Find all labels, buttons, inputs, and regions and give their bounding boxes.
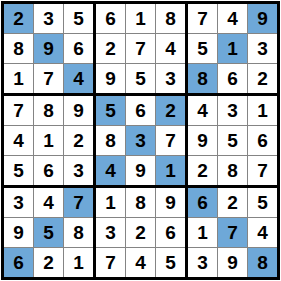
sudoku-cell-r3c4[interactable]: 9: [96, 64, 125, 93]
sudoku-cell-r4c6[interactable]: 2: [156, 96, 185, 125]
sudoku-cell-r2c1[interactable]: 8: [4, 34, 33, 63]
sudoku-block-1-1: 562837491: [96, 96, 185, 185]
sudoku-cell-r9c9[interactable]: 8: [248, 248, 277, 277]
sudoku-cell-r2c6[interactable]: 4: [156, 34, 185, 63]
sudoku-cell-r9c2[interactable]: 2: [34, 248, 63, 277]
sudoku-cell-r7c6[interactable]: 9: [156, 188, 185, 217]
sudoku-cell-r5c9[interactable]: 6: [248, 126, 277, 155]
sudoku-cell-r6c2[interactable]: 6: [34, 156, 63, 185]
sudoku-cell-r5c6[interactable]: 7: [156, 126, 185, 155]
sudoku-cell-r1c1[interactable]: 2: [4, 4, 33, 33]
sudoku-cell-r7c5[interactable]: 8: [126, 188, 155, 217]
sudoku-cell-r5c4[interactable]: 8: [96, 126, 125, 155]
sudoku-cell-r4c8[interactable]: 3: [218, 96, 247, 125]
sudoku-cell-r6c1[interactable]: 5: [4, 156, 33, 185]
sudoku-cell-r8c4[interactable]: 3: [96, 218, 125, 247]
sudoku-cell-r9c5[interactable]: 4: [126, 248, 155, 277]
sudoku-cell-r7c3[interactable]: 7: [64, 188, 93, 217]
sudoku-cell-r4c5[interactable]: 6: [126, 96, 155, 125]
sudoku-cell-r3c6[interactable]: 3: [156, 64, 185, 93]
sudoku-cell-r4c1[interactable]: 7: [4, 96, 33, 125]
sudoku-cell-r6c3[interactable]: 3: [64, 156, 93, 185]
sudoku-cell-r9c8[interactable]: 9: [218, 248, 247, 277]
sudoku-board: 2358961746182749537495138627894125635628…: [1, 1, 280, 280]
sudoku-cell-r6c9[interactable]: 7: [248, 156, 277, 185]
sudoku-cell-r8c8[interactable]: 7: [218, 218, 247, 247]
sudoku-block-1-0: 789412563: [4, 96, 93, 185]
sudoku-cell-r2c4[interactable]: 2: [96, 34, 125, 63]
sudoku-cell-r9c1[interactable]: 6: [4, 248, 33, 277]
sudoku-cell-r4c7[interactable]: 4: [188, 96, 217, 125]
sudoku-cell-r1c5[interactable]: 1: [126, 4, 155, 33]
sudoku-cell-r2c9[interactable]: 3: [248, 34, 277, 63]
sudoku-cell-r2c3[interactable]: 6: [64, 34, 93, 63]
sudoku-cell-r1c6[interactable]: 8: [156, 4, 185, 33]
sudoku-block-2-1: 189326745: [96, 188, 185, 277]
sudoku-cell-r7c2[interactable]: 4: [34, 188, 63, 217]
sudoku-block-0-1: 618274953: [96, 4, 185, 93]
sudoku-cell-r1c8[interactable]: 4: [218, 4, 247, 33]
sudoku-cell-r1c7[interactable]: 7: [188, 4, 217, 33]
sudoku-cell-r5c5[interactable]: 3: [126, 126, 155, 155]
sudoku-block-0-2: 749513862: [188, 4, 277, 93]
sudoku-cell-r9c3[interactable]: 1: [64, 248, 93, 277]
sudoku-cell-r8c7[interactable]: 1: [188, 218, 217, 247]
sudoku-cell-r3c9[interactable]: 2: [248, 64, 277, 93]
sudoku-cell-r7c8[interactable]: 2: [218, 188, 247, 217]
sudoku-block-1-2: 431956287: [188, 96, 277, 185]
sudoku-cell-r8c5[interactable]: 2: [126, 218, 155, 247]
sudoku-cell-r7c4[interactable]: 1: [96, 188, 125, 217]
sudoku-cell-r2c2[interactable]: 9: [34, 34, 63, 63]
sudoku-cell-r9c7[interactable]: 3: [188, 248, 217, 277]
sudoku-cell-r8c3[interactable]: 8: [64, 218, 93, 247]
sudoku-cell-r6c8[interactable]: 8: [218, 156, 247, 185]
sudoku-cell-r5c3[interactable]: 2: [64, 126, 93, 155]
sudoku-cell-r7c1[interactable]: 3: [4, 188, 33, 217]
sudoku-cell-r5c1[interactable]: 4: [4, 126, 33, 155]
sudoku-cell-r1c3[interactable]: 5: [64, 4, 93, 33]
sudoku-cell-r3c7[interactable]: 8: [188, 64, 217, 93]
sudoku-cell-r9c6[interactable]: 5: [156, 248, 185, 277]
sudoku-cell-r5c2[interactable]: 1: [34, 126, 63, 155]
sudoku-cell-r8c1[interactable]: 9: [4, 218, 33, 247]
sudoku-cell-r6c4[interactable]: 4: [96, 156, 125, 185]
sudoku-cell-r6c7[interactable]: 2: [188, 156, 217, 185]
sudoku-cell-r1c4[interactable]: 6: [96, 4, 125, 33]
sudoku-cell-r5c8[interactable]: 5: [218, 126, 247, 155]
sudoku-block-2-2: 625174398: [188, 188, 277, 277]
sudoku-cell-r1c9[interactable]: 9: [248, 4, 277, 33]
sudoku-cell-r8c2[interactable]: 5: [34, 218, 63, 247]
sudoku-block-2-0: 347958621: [4, 188, 93, 277]
sudoku-cell-r4c3[interactable]: 9: [64, 96, 93, 125]
sudoku-cell-r2c5[interactable]: 7: [126, 34, 155, 63]
sudoku-cell-r6c5[interactable]: 9: [126, 156, 155, 185]
sudoku-cell-r3c5[interactable]: 5: [126, 64, 155, 93]
sudoku-cell-r5c7[interactable]: 9: [188, 126, 217, 155]
sudoku-cell-r3c8[interactable]: 6: [218, 64, 247, 93]
sudoku-cell-r3c3[interactable]: 4: [64, 64, 93, 93]
sudoku-cell-r4c9[interactable]: 1: [248, 96, 277, 125]
sudoku-cell-r7c9[interactable]: 5: [248, 188, 277, 217]
sudoku-cell-r4c2[interactable]: 8: [34, 96, 63, 125]
sudoku-cell-r7c7[interactable]: 6: [188, 188, 217, 217]
sudoku-cell-r6c6[interactable]: 1: [156, 156, 185, 185]
sudoku-board-frame: 2358961746182749537495138627894125635628…: [0, 0, 281, 281]
sudoku-cell-r9c4[interactable]: 7: [96, 248, 125, 277]
sudoku-cell-r8c9[interactable]: 4: [248, 218, 277, 247]
sudoku-cell-r2c8[interactable]: 1: [218, 34, 247, 63]
sudoku-cell-r1c2[interactable]: 3: [34, 4, 63, 33]
sudoku-cell-r8c6[interactable]: 6: [156, 218, 185, 247]
sudoku-cell-r2c7[interactable]: 5: [188, 34, 217, 63]
sudoku-cell-r3c1[interactable]: 1: [4, 64, 33, 93]
sudoku-cell-r4c4[interactable]: 5: [96, 96, 125, 125]
sudoku-cell-r3c2[interactable]: 7: [34, 64, 63, 93]
sudoku-block-0-0: 235896174: [4, 4, 93, 93]
